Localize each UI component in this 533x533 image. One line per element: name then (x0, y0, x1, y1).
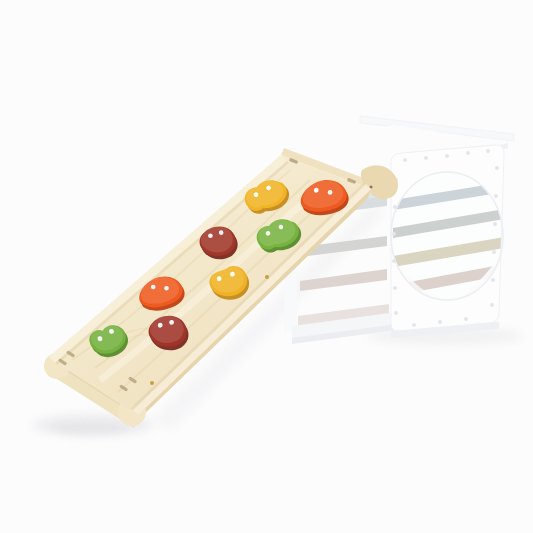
brass-screw (150, 381, 154, 385)
cube-screw-dot (403, 158, 407, 162)
cube-screw-dot (491, 278, 495, 282)
brass-screw (265, 275, 269, 279)
product-photo (0, 0, 533, 533)
ramp-foot-shadow (50, 422, 130, 434)
cube-screw-dot (466, 151, 470, 155)
cube-screw-dot (392, 232, 396, 236)
cube-screw-dot (495, 166, 499, 170)
cube-screw-dot (490, 303, 494, 307)
cube-screw-dot (445, 154, 449, 158)
cube-screw-dot (493, 222, 497, 226)
cube-screw-dot (438, 320, 442, 324)
cube-screw-dot (486, 149, 490, 153)
cube-screw-dot (424, 156, 428, 160)
cube-screw-dot (392, 259, 396, 263)
cube-screw-dot (393, 205, 397, 209)
cube-screw-dot (492, 250, 496, 254)
cube-screw-dot (394, 311, 398, 315)
cube-screw-dot (464, 317, 468, 321)
cube-screw-dot (412, 323, 416, 327)
cube-screw-dot (494, 194, 498, 198)
cube-screw-dot (393, 286, 397, 290)
